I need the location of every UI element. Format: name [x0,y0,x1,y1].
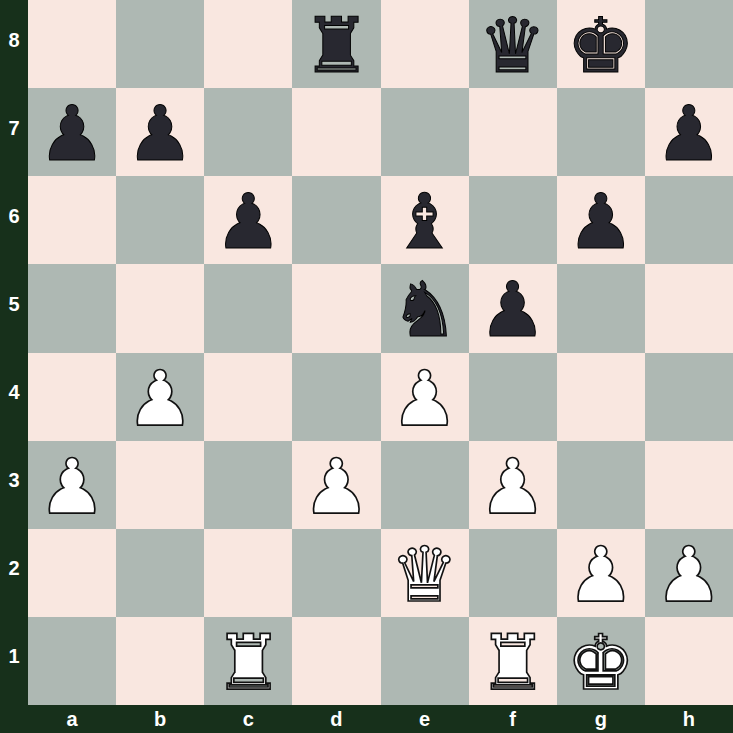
square-c5[interactable] [204,264,292,352]
square-e1[interactable] [381,617,469,705]
board-corner [0,705,28,733]
file-label-b: b [116,705,204,733]
white-pawn[interactable]: ♟ [302,449,370,525]
square-g8[interactable]: ♚ [557,0,645,88]
square-e4[interactable]: ♟ [381,353,469,441]
square-d8[interactable]: ♜ [292,0,380,88]
rank-label-6: 6 [0,172,28,260]
square-a2[interactable] [28,529,116,617]
square-f2[interactable] [469,529,557,617]
white-rook[interactable]: ♜ [479,625,547,701]
black-bishop[interactable]: ♝ [390,184,458,260]
square-d5[interactable] [292,264,380,352]
square-b1[interactable] [116,617,204,705]
square-h5[interactable] [645,264,733,352]
square-h3[interactable] [645,441,733,529]
square-g2[interactable]: ♟ [557,529,645,617]
square-b2[interactable] [116,529,204,617]
square-c6[interactable]: ♟ [204,176,292,264]
square-h4[interactable] [645,353,733,441]
square-a4[interactable] [28,353,116,441]
white-king[interactable]: ♚ [567,625,635,701]
white-pawn[interactable]: ♟ [38,449,106,525]
square-a6[interactable] [28,176,116,264]
square-b6[interactable] [116,176,204,264]
white-pawn[interactable]: ♟ [390,361,458,437]
rank-label-8: 8 [0,0,28,84]
square-b4[interactable]: ♟ [116,353,204,441]
square-e3[interactable] [381,441,469,529]
rank-label-7: 7 [0,84,28,172]
white-pawn[interactable]: ♟ [479,449,547,525]
square-a8[interactable] [28,0,116,88]
black-queen[interactable]: ♛ [479,8,547,84]
file-labels-row: abcdefgh [28,705,733,733]
white-rook[interactable]: ♜ [214,625,282,701]
square-b8[interactable] [116,0,204,88]
square-f3[interactable]: ♟ [469,441,557,529]
square-f5[interactable]: ♟ [469,264,557,352]
black-king[interactable]: ♚ [567,8,635,84]
square-c8[interactable] [204,0,292,88]
black-pawn[interactable]: ♟ [38,96,106,172]
square-g7[interactable] [557,88,645,176]
white-pawn[interactable]: ♟ [655,537,723,613]
black-rook[interactable]: ♜ [302,8,370,84]
file-label-g: g [557,705,645,733]
rank-label-5: 5 [0,260,28,348]
square-g1[interactable]: ♚ [557,617,645,705]
square-g4[interactable] [557,353,645,441]
square-g6[interactable]: ♟ [557,176,645,264]
square-d6[interactable] [292,176,380,264]
white-queen[interactable]: ♛ [390,537,458,613]
black-pawn[interactable]: ♟ [655,96,723,172]
black-pawn[interactable]: ♟ [126,96,194,172]
square-e5[interactable]: ♞ [381,264,469,352]
square-e2[interactable]: ♛ [381,529,469,617]
chess-board-frame: 87654321 ♜♛♚♟♟♟♟♝♟♞♟♟♟♟♟♟♛♟♟♜♜♚ abcdefgh [0,0,733,733]
file-label-e: e [381,705,469,733]
rank-label-2: 2 [0,525,28,613]
square-d2[interactable] [292,529,380,617]
rank-label-1: 1 [0,613,28,701]
square-c7[interactable] [204,88,292,176]
square-c4[interactable] [204,353,292,441]
square-d3[interactable]: ♟ [292,441,380,529]
square-c1[interactable]: ♜ [204,617,292,705]
square-a7[interactable]: ♟ [28,88,116,176]
file-label-a: a [28,705,116,733]
rank-labels-column: 87654321 [0,0,28,705]
file-label-f: f [469,705,557,733]
file-label-h: h [645,705,733,733]
square-f7[interactable] [469,88,557,176]
square-b5[interactable] [116,264,204,352]
board: ♜♛♚♟♟♟♟♝♟♞♟♟♟♟♟♟♛♟♟♜♜♚ [28,0,733,705]
square-f4[interactable] [469,353,557,441]
square-g5[interactable] [557,264,645,352]
square-h1[interactable] [645,617,733,705]
square-h7[interactable]: ♟ [645,88,733,176]
square-h6[interactable] [645,176,733,264]
white-pawn[interactable]: ♟ [567,537,635,613]
square-d7[interactable] [292,88,380,176]
black-pawn[interactable]: ♟ [567,184,635,260]
square-b3[interactable] [116,441,204,529]
rank-label-3: 3 [0,437,28,525]
square-f6[interactable] [469,176,557,264]
square-h8[interactable] [645,0,733,88]
square-a5[interactable] [28,264,116,352]
square-f1[interactable]: ♜ [469,617,557,705]
square-a3[interactable]: ♟ [28,441,116,529]
square-f8[interactable]: ♛ [469,0,557,88]
square-e6[interactable]: ♝ [381,176,469,264]
square-e7[interactable] [381,88,469,176]
square-b7[interactable]: ♟ [116,88,204,176]
rank-label-4: 4 [0,349,28,437]
file-label-c: c [204,705,292,733]
square-g3[interactable] [557,441,645,529]
square-h2[interactable]: ♟ [645,529,733,617]
square-c3[interactable] [204,441,292,529]
file-label-d: d [292,705,380,733]
square-a1[interactable] [28,617,116,705]
white-pawn[interactable]: ♟ [126,361,194,437]
black-knight[interactable]: ♞ [390,272,458,348]
black-pawn[interactable]: ♟ [214,184,282,260]
square-e8[interactable] [381,0,469,88]
square-d1[interactable] [292,617,380,705]
square-c2[interactable] [204,529,292,617]
square-d4[interactable] [292,353,380,441]
black-pawn[interactable]: ♟ [479,272,547,348]
